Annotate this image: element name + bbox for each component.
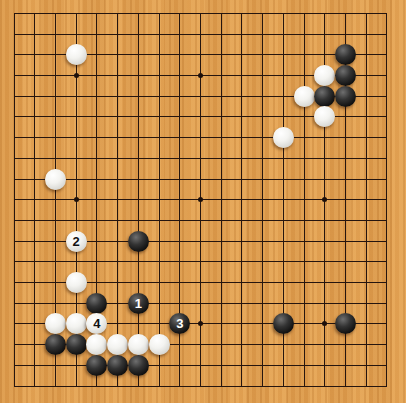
star-point (198, 73, 203, 78)
star-point (322, 321, 327, 326)
move-number-label: 2 (73, 234, 80, 247)
black-stone (335, 44, 356, 65)
black-stone (335, 313, 356, 334)
white-stone (294, 86, 315, 107)
grid-line-vertical (241, 13, 242, 387)
grid-line-vertical (262, 13, 263, 387)
white-stone: 2 (66, 231, 87, 252)
white-stone: 4 (86, 313, 107, 334)
white-stone (107, 334, 128, 355)
star-point (74, 197, 79, 202)
grid-line-horizontal (14, 365, 388, 366)
white-stone (66, 313, 87, 334)
grid-line-vertical (366, 13, 367, 387)
grid-line-vertical (386, 13, 387, 387)
black-stone (86, 355, 107, 376)
go-board[interactable]: 2143 (0, 0, 406, 403)
white-stone (314, 65, 335, 86)
grid-line-horizontal (14, 303, 388, 304)
black-stone: 1 (128, 293, 149, 314)
star-point (198, 321, 203, 326)
black-stone (335, 86, 356, 107)
white-stone (66, 44, 87, 65)
grid-line-vertical (221, 13, 222, 387)
grid-line-vertical (304, 13, 305, 387)
black-stone (273, 313, 294, 334)
white-stone (149, 334, 170, 355)
star-point (74, 73, 79, 78)
white-stone (314, 106, 335, 127)
black-stone (335, 65, 356, 86)
white-stone (128, 334, 149, 355)
white-stone (45, 313, 66, 334)
move-number-label: 1 (135, 296, 142, 309)
black-stone (128, 355, 149, 376)
star-point (322, 197, 327, 202)
black-stone (314, 86, 335, 107)
grid-line-horizontal (14, 261, 388, 262)
black-stone: 3 (169, 313, 190, 334)
star-point (198, 197, 203, 202)
black-stone (45, 334, 66, 355)
white-stone (273, 127, 294, 148)
grid-line-horizontal (14, 220, 388, 221)
move-number-label: 3 (176, 317, 183, 330)
white-stone (86, 334, 107, 355)
black-stone (128, 231, 149, 252)
black-stone (66, 334, 87, 355)
grid-line-horizontal (14, 386, 388, 387)
black-stone (107, 355, 128, 376)
move-number-label: 4 (93, 317, 100, 330)
white-stone (66, 272, 87, 293)
white-stone (45, 169, 66, 190)
black-stone (86, 293, 107, 314)
